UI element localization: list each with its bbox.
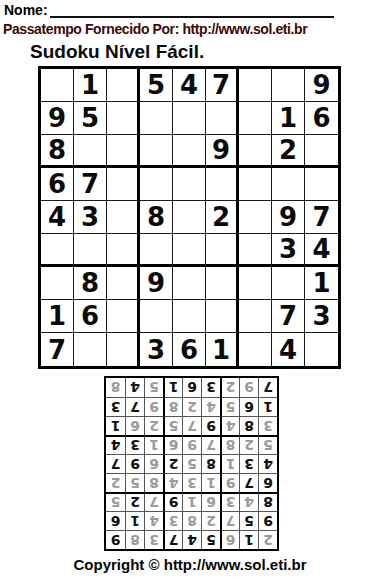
cell-r3c2[interactable]: [74, 135, 107, 168]
cell-r7c4: 9: [140, 267, 173, 300]
cell-r1c3[interactable]: [107, 69, 140, 102]
sol-cell-r4c5: 3: [182, 473, 201, 492]
sol-cell-r1c2: 1: [239, 530, 258, 549]
cell-r6c9: 4: [305, 234, 338, 267]
sol-cell-r6c4: 7: [201, 435, 220, 454]
sol-cell-r9c2: 9: [239, 378, 258, 397]
cell-r4c4[interactable]: [140, 168, 173, 201]
sol-cell-r8c9: 3: [106, 397, 125, 416]
sol-cell-r9c4: 3: [201, 378, 220, 397]
sol-cell-r2c4: 2: [201, 511, 220, 530]
cell-r5c5[interactable]: [173, 201, 206, 234]
sol-cell-r4c2: 7: [239, 473, 258, 492]
cell-r1c1[interactable]: [41, 69, 74, 102]
cell-r9c3[interactable]: [107, 333, 140, 366]
cell-r2c9: 6: [305, 102, 338, 135]
sol-cell-r3c3: 3: [220, 492, 239, 511]
cell-r8c2: 6: [74, 300, 107, 333]
name-blank-line[interactable]: [50, 4, 334, 18]
sol-cell-r3c9: 5: [106, 492, 125, 511]
cell-r5c9: 7: [305, 201, 338, 234]
sol-cell-r5c1: 4: [258, 454, 277, 473]
sol-cell-r6c3: 8: [220, 435, 239, 454]
sol-cell-r6c8: 3: [125, 435, 144, 454]
cell-r6c1[interactable]: [41, 234, 74, 267]
cell-r8c5[interactable]: [173, 300, 206, 333]
cell-r9c8: 4: [272, 333, 305, 366]
cell-r8c1: 1: [41, 300, 74, 333]
sol-cell-r5c4: 8: [201, 454, 220, 473]
cell-r7c5[interactable]: [173, 267, 206, 300]
cell-r7c9: 1: [305, 267, 338, 300]
sol-cell-r9c8: 4: [125, 378, 144, 397]
sol-cell-r7c2: 8: [239, 416, 258, 435]
cell-r3c8: 2: [272, 135, 305, 168]
sol-cell-r9c7: 5: [144, 378, 163, 397]
sol-cell-r4c8: 5: [125, 473, 144, 492]
sol-cell-r8c8: 7: [125, 397, 144, 416]
cell-r6c6[interactable]: [206, 234, 239, 267]
sol-cell-r2c6: 3: [163, 511, 182, 530]
sol-cell-r5c9: 7: [106, 454, 125, 473]
sol-cell-r7c5: 7: [182, 416, 201, 435]
cell-r1c7[interactable]: [239, 69, 272, 102]
cell-r1c2: 1: [74, 69, 107, 102]
cell-r8c3[interactable]: [107, 300, 140, 333]
cell-r3c3[interactable]: [107, 135, 140, 168]
cell-r6c4[interactable]: [140, 234, 173, 267]
sol-cell-r3c5: 1: [182, 492, 201, 511]
sol-cell-r5c8: 9: [125, 454, 144, 473]
sol-cell-r9c5: 6: [182, 378, 201, 397]
sol-cell-r3c7: 7: [144, 492, 163, 511]
solution-grid-upside-down: 2165473899572834168436197256791348524318…: [104, 376, 279, 551]
cell-r6c7[interactable]: [239, 234, 272, 267]
cell-r4c5[interactable]: [173, 168, 206, 201]
sol-cell-r6c9: 4: [106, 435, 125, 454]
name-label: Nome:: [4, 2, 48, 18]
sol-cell-r6c1: 5: [258, 435, 277, 454]
sol-cell-r5c7: 6: [144, 454, 163, 473]
sol-cell-r8c2: 6: [239, 397, 258, 416]
cell-r2c8: 1: [272, 102, 305, 135]
cell-r1c4: 5: [140, 69, 173, 102]
cell-r9c5: 6: [173, 333, 206, 366]
cell-r3c9[interactable]: [305, 135, 338, 168]
cell-r8c9: 3: [305, 300, 338, 333]
name-field-row: Nome:: [4, 2, 334, 18]
sol-cell-r4c4: 1: [201, 473, 220, 492]
sol-cell-r6c5: 9: [182, 435, 201, 454]
cell-r6c3[interactable]: [107, 234, 140, 267]
sol-cell-r2c7: 4: [144, 511, 163, 530]
sol-cell-r1c3: 6: [220, 530, 239, 549]
cell-r6c2[interactable]: [74, 234, 107, 267]
cell-r9c6: 1: [206, 333, 239, 366]
sol-cell-r6c7: 1: [144, 435, 163, 454]
sol-cell-r9c1: 7: [258, 378, 277, 397]
sol-cell-r2c8: 1: [125, 511, 144, 530]
cell-r4c9[interactable]: [305, 168, 338, 201]
sol-cell-r5c6: 2: [163, 454, 182, 473]
sol-cell-r5c5: 5: [182, 454, 201, 473]
sol-cell-r6c6: 6: [163, 435, 182, 454]
cell-r1c8[interactable]: [272, 69, 305, 102]
cell-r2c6[interactable]: [206, 102, 239, 135]
sol-cell-r5c3: 1: [220, 454, 239, 473]
cell-r9c9[interactable]: [305, 333, 338, 366]
cell-r8c8: 7: [272, 300, 305, 333]
cell-r2c4[interactable]: [140, 102, 173, 135]
sol-cell-r7c4: 9: [201, 416, 220, 435]
cell-r4c1: 6: [41, 168, 74, 201]
cell-r4c2: 7: [74, 168, 107, 201]
cell-r8c4[interactable]: [140, 300, 173, 333]
cell-r6c5[interactable]: [173, 234, 206, 267]
cell-r4c7[interactable]: [239, 168, 272, 201]
sol-cell-r7c7: 2: [144, 416, 163, 435]
cell-r5c3[interactable]: [107, 201, 140, 234]
cell-r5c7[interactable]: [239, 201, 272, 234]
cell-r2c5[interactable]: [173, 102, 206, 135]
sol-cell-r8c5: 2: [182, 397, 201, 416]
copyright-text: Copyright © http://www.sol.eti.br: [0, 556, 380, 573]
cell-r7c3[interactable]: [107, 267, 140, 300]
cell-r3c1: 8: [41, 135, 74, 168]
cell-r3c7[interactable]: [239, 135, 272, 168]
sol-cell-r8c6: 8: [163, 397, 182, 416]
cell-r5c2: 3: [74, 201, 107, 234]
sol-cell-r3c4: 6: [201, 492, 220, 511]
cell-r8c7[interactable]: [239, 300, 272, 333]
sol-cell-r6c2: 2: [239, 435, 258, 454]
sol-cell-r9c9: 8: [106, 378, 125, 397]
cell-r9c4: 3: [140, 333, 173, 366]
sol-cell-r3c8: 2: [125, 492, 144, 511]
sol-cell-r1c9: 9: [106, 530, 125, 549]
cell-r9c1: 7: [41, 333, 74, 366]
cell-r4c3[interactable]: [107, 168, 140, 201]
sol-cell-r4c3: 9: [220, 473, 239, 492]
sol-cell-r2c9: 6: [106, 511, 125, 530]
sol-cell-r7c6: 5: [163, 416, 182, 435]
sol-cell-r5c2: 3: [239, 454, 258, 473]
page-title: Sudoku Nível Fácil.: [30, 41, 204, 63]
sol-cell-r7c8: 6: [125, 416, 144, 435]
sol-cell-r1c5: 4: [182, 530, 201, 549]
cell-r3c5[interactable]: [173, 135, 206, 168]
cell-r4c6[interactable]: [206, 168, 239, 201]
cell-r5c8: 9: [272, 201, 305, 234]
sol-cell-r1c7: 3: [144, 530, 163, 549]
cell-r2c2: 5: [74, 102, 107, 135]
sol-cell-r3c6: 9: [163, 492, 182, 511]
sol-cell-r8c1: 1: [258, 397, 277, 416]
cell-r3c6: 9: [206, 135, 239, 168]
sol-cell-r3c2: 4: [239, 492, 258, 511]
puzzle-grid: 1547995168926743829734891167373614: [38, 66, 341, 369]
cell-r5c6: 2: [206, 201, 239, 234]
sol-cell-r1c4: 5: [201, 530, 220, 549]
sol-cell-r4c1: 6: [258, 473, 277, 492]
cell-r3c4[interactable]: [140, 135, 173, 168]
cell-r8c6[interactable]: [206, 300, 239, 333]
sol-cell-r4c9: 2: [106, 473, 125, 492]
sol-cell-r8c7: 9: [144, 397, 163, 416]
sol-cell-r1c6: 7: [163, 530, 182, 549]
cell-r7c2: 8: [74, 267, 107, 300]
sol-cell-r8c3: 5: [220, 397, 239, 416]
sol-cell-r1c1: 2: [258, 530, 277, 549]
sol-cell-r3c1: 8: [258, 492, 277, 511]
cell-r4c8[interactable]: [272, 168, 305, 201]
sol-cell-r4c6: 4: [163, 473, 182, 492]
provider-line: Passatempo Fornecido Por: http://www.sol…: [3, 21, 307, 37]
cell-r9c7[interactable]: [239, 333, 272, 366]
cell-r1c6: 7: [206, 69, 239, 102]
cell-r1c5: 4: [173, 69, 206, 102]
cell-r2c7[interactable]: [239, 102, 272, 135]
cell-r5c4: 8: [140, 201, 173, 234]
sol-cell-r9c3: 2: [220, 378, 239, 397]
sol-cell-r7c3: 4: [220, 416, 239, 435]
cell-r7c8[interactable]: [272, 267, 305, 300]
cell-r6c8: 3: [272, 234, 305, 267]
cell-r2c3[interactable]: [107, 102, 140, 135]
cell-r2c1: 9: [41, 102, 74, 135]
sol-cell-r7c1: 3: [258, 416, 277, 435]
cell-r9c2[interactable]: [74, 333, 107, 366]
sol-cell-r4c7: 8: [144, 473, 163, 492]
sol-cell-r2c3: 7: [220, 511, 239, 530]
sol-cell-r9c6: 1: [163, 378, 182, 397]
sol-cell-r7c9: 1: [106, 416, 125, 435]
cell-r7c6[interactable]: [206, 267, 239, 300]
sol-cell-r2c2: 5: [239, 511, 258, 530]
sol-cell-r1c8: 8: [125, 530, 144, 549]
cell-r7c1[interactable]: [41, 267, 74, 300]
sol-cell-r8c4: 4: [201, 397, 220, 416]
sol-cell-r2c1: 9: [258, 511, 277, 530]
cell-r5c1: 4: [41, 201, 74, 234]
cell-r7c7[interactable]: [239, 267, 272, 300]
cell-r1c9: 9: [305, 69, 338, 102]
sol-cell-r2c5: 8: [182, 511, 201, 530]
